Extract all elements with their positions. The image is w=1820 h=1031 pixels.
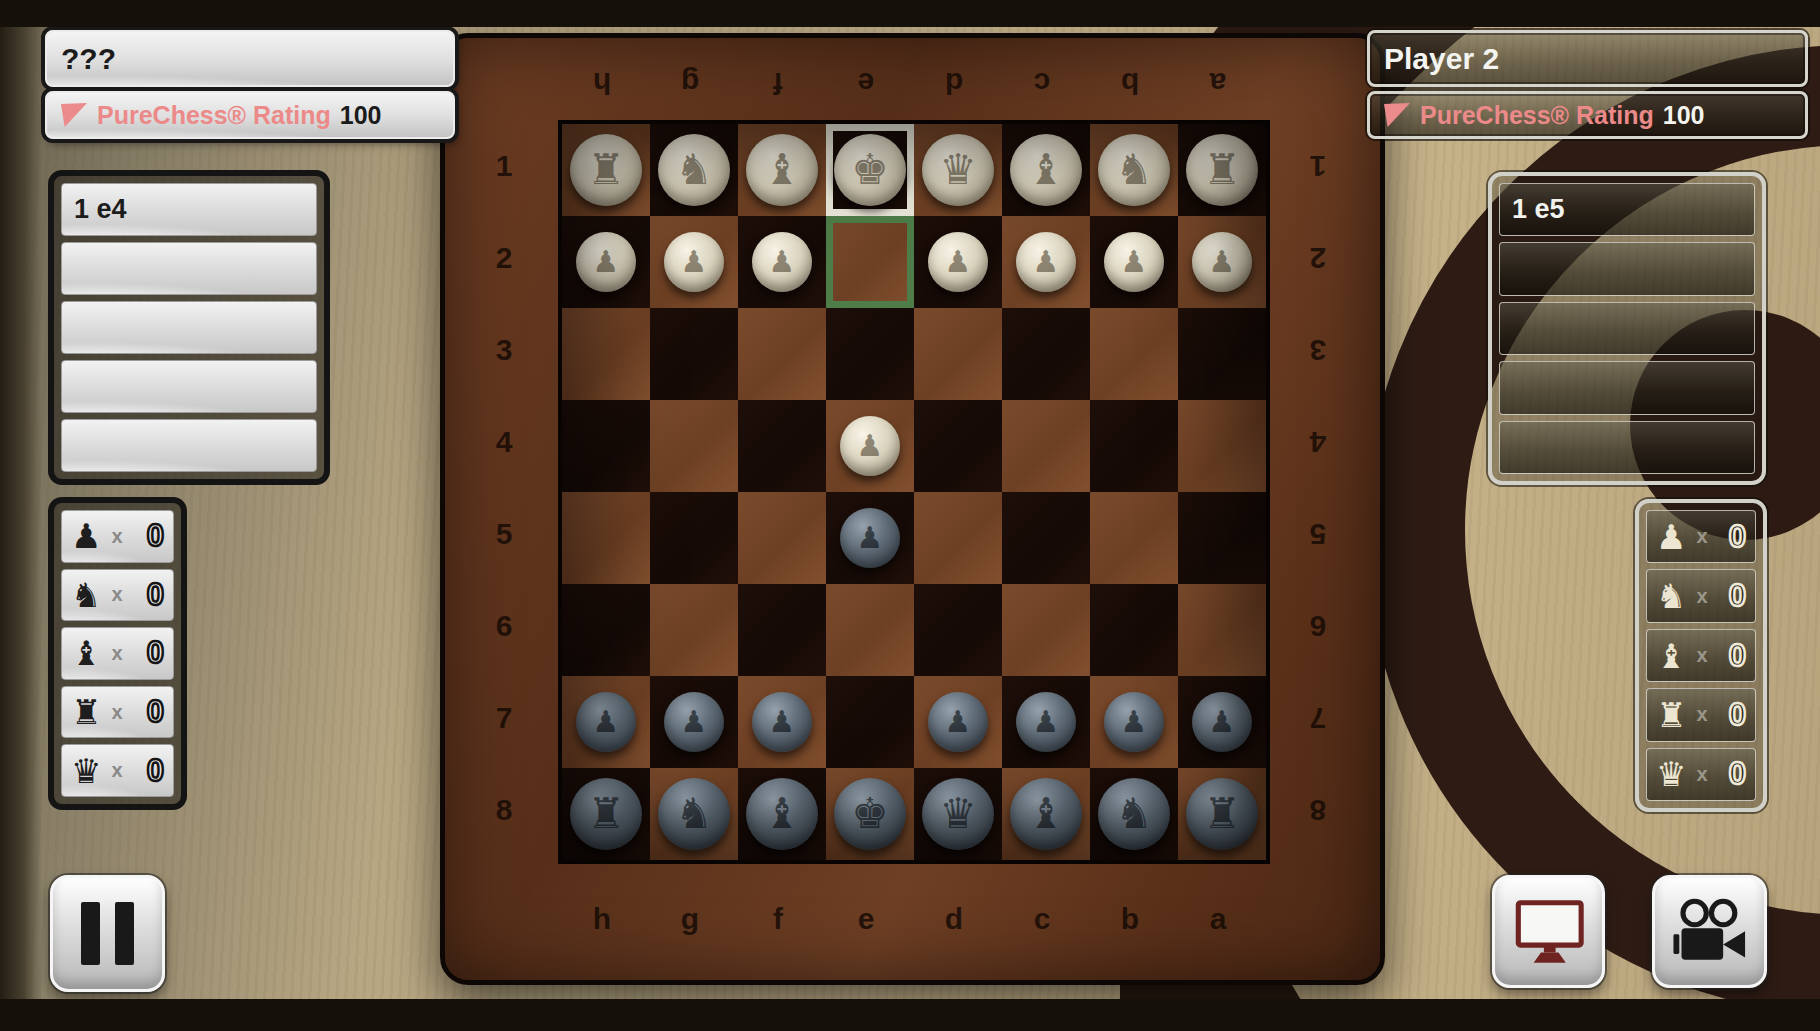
piece-white-rook: ♜ — [570, 134, 642, 206]
square-a4[interactable] — [1178, 400, 1266, 492]
square-f4[interactable] — [738, 400, 826, 492]
square-g8[interactable]: ♞ — [650, 768, 738, 860]
piece-black-pawn: ♟ — [928, 692, 988, 752]
square-g1[interactable]: ♞ — [650, 124, 738, 216]
display-settings-button[interactable] — [1492, 875, 1605, 988]
move-text: 1 e4 — [74, 194, 127, 225]
captured-knight-icon: ♞ — [1656, 579, 1686, 613]
file-label-bottom-f: f — [734, 894, 822, 944]
file-label-top-f: f — [734, 58, 822, 108]
piece-white-king: ♚ — [834, 134, 906, 206]
rank-label-left-8: 8 — [458, 764, 550, 856]
camera-icon — [1672, 898, 1748, 966]
rank-label-right-7: 7 — [1272, 672, 1364, 764]
square-b6[interactable] — [1090, 584, 1178, 676]
square-d5[interactable] — [914, 492, 1002, 584]
captured-count: 0 — [1729, 638, 1746, 674]
square-h7[interactable]: ♟ — [562, 676, 650, 768]
piece-black-pawn: ♟ — [1192, 692, 1252, 752]
square-b1[interactable]: ♞ — [1090, 124, 1178, 216]
piece-white-pawn: ♟ — [840, 416, 900, 476]
captured-rook-icon: ♜ — [1656, 698, 1686, 732]
piece-white-bishop: ♝ — [1010, 134, 1082, 206]
captured-row-queen: ♛x0 — [61, 744, 174, 797]
captured-row-pawn: ♟x0 — [61, 510, 174, 563]
square-g6[interactable] — [650, 584, 738, 676]
player1-rating-value: 100 — [340, 101, 382, 130]
player1-rating-label: PureChess® Rating — [97, 101, 331, 130]
square-f8[interactable]: ♝ — [738, 768, 826, 860]
captured-count: 0 — [1729, 519, 1746, 555]
square-b7[interactable]: ♟ — [1090, 676, 1178, 768]
piece-white-pawn: ♟ — [576, 232, 636, 292]
multiplier-x: x — [111, 525, 122, 548]
piece-black-pawn: ♟ — [664, 692, 724, 752]
captured-row-bishop: ♝x0 — [61, 627, 174, 680]
move-row — [61, 419, 317, 472]
captured-count: 0 — [1729, 697, 1746, 733]
file-label-bottom-b: b — [1086, 894, 1174, 944]
captured-queen-icon: ♛ — [1656, 757, 1686, 791]
file-label-top-a: a — [1174, 58, 1262, 108]
file-label-bottom-h: h — [558, 894, 646, 944]
captured-pawn-icon: ♟ — [71, 519, 101, 553]
move-row: 1 e5 — [1499, 183, 1755, 236]
square-g5[interactable] — [650, 492, 738, 584]
square-d8[interactable]: ♛ — [914, 768, 1002, 860]
player1-move-list: 1 e4 — [48, 170, 330, 485]
piece-black-knight: ♞ — [658, 778, 730, 850]
player2-move-list: 1 e5 — [1488, 172, 1766, 485]
multiplier-x: x — [111, 583, 122, 606]
rank-label-left-2: 2 — [458, 212, 550, 304]
rank-label-right-3: 3 — [1272, 304, 1364, 396]
move-row — [61, 301, 317, 354]
file-label-bottom-d: d — [910, 894, 998, 944]
square-g7[interactable]: ♟ — [650, 676, 738, 768]
move-text: 1 e5 — [1512, 194, 1565, 225]
ranks-right: 12345678 — [1272, 120, 1364, 856]
multiplier-x: x — [1696, 585, 1707, 608]
move-row — [1499, 302, 1755, 355]
piece-black-pawn: ♟ — [752, 692, 812, 752]
player2-rating-value: 100 — [1663, 101, 1705, 130]
square-e1[interactable]: ♚ — [826, 124, 914, 216]
rank-label-right-1: 1 — [1272, 120, 1364, 212]
file-label-bottom-a: a — [1174, 894, 1262, 944]
square-c6[interactable] — [1002, 584, 1090, 676]
player2-rating-plate: PureChess® Rating 100 — [1367, 91, 1808, 139]
piece-white-pawn: ♟ — [664, 232, 724, 292]
piece-white-pawn: ♟ — [1104, 232, 1164, 292]
square-f6[interactable] — [738, 584, 826, 676]
player2-captured-tray: ♟x0♞x0♝x0♜x0♛x0 — [1635, 499, 1767, 812]
captured-rook-icon: ♜ — [71, 695, 101, 729]
captured-count: 0 — [1729, 578, 1746, 614]
square-a8[interactable]: ♜ — [1178, 768, 1266, 860]
rank-label-left-5: 5 — [458, 488, 550, 580]
multiplier-x: x — [111, 759, 122, 782]
square-b3[interactable] — [1090, 308, 1178, 400]
move-row — [1499, 421, 1755, 474]
player2-name-plate: Player 2 — [1367, 30, 1808, 87]
piece-black-pawn: ♟ — [576, 692, 636, 752]
rank-label-left-7: 7 — [458, 672, 550, 764]
square-a1[interactable]: ♜ — [1178, 124, 1266, 216]
files-bottom: hgfedcba — [558, 894, 1262, 944]
square-c5[interactable] — [1002, 492, 1090, 584]
square-g4[interactable] — [650, 400, 738, 492]
captured-row-bishop: ♝x0 — [1646, 629, 1756, 682]
move-row — [61, 360, 317, 413]
player1-captured-tray: ♟x0♞x0♝x0♜x0♛x0 — [48, 497, 187, 810]
piece-white-knight: ♞ — [658, 134, 730, 206]
pause-button[interactable] — [50, 875, 165, 992]
square-g3[interactable] — [650, 308, 738, 400]
captured-row-pawn: ♟x0 — [1646, 510, 1756, 563]
square-c7[interactable]: ♟ — [1002, 676, 1090, 768]
square-h6[interactable] — [562, 584, 650, 676]
file-label-top-g: g — [646, 58, 734, 108]
file-label-top-h: h — [558, 58, 646, 108]
captured-row-rook: ♜x0 — [61, 686, 174, 739]
square-g2[interactable]: ♟ — [650, 216, 738, 308]
pause-icon — [81, 902, 100, 965]
square-a7[interactable]: ♟ — [1178, 676, 1266, 768]
piece-white-pawn: ♟ — [928, 232, 988, 292]
piece-white-knight: ♞ — [1098, 134, 1170, 206]
multiplier-x: x — [1696, 525, 1707, 548]
square-c8[interactable]: ♝ — [1002, 768, 1090, 860]
captured-queen-icon: ♛ — [71, 754, 101, 788]
square-d3[interactable] — [914, 308, 1002, 400]
multiplier-x: x — [111, 701, 122, 724]
captured-knight-icon: ♞ — [71, 578, 101, 612]
piece-black-queen: ♛ — [922, 778, 994, 850]
files-top: hgfedcba — [558, 58, 1262, 108]
file-label-bottom-c: c — [998, 894, 1086, 944]
rank-label-left-6: 6 — [458, 580, 550, 672]
captured-bishop-icon: ♝ — [71, 636, 101, 670]
square-c4[interactable] — [1002, 400, 1090, 492]
player2-rating-label: PureChess® Rating — [1420, 101, 1654, 130]
square-h5[interactable] — [562, 492, 650, 584]
flag-icon — [61, 103, 87, 127]
square-f1[interactable]: ♝ — [738, 124, 826, 216]
square-e6[interactable] — [826, 584, 914, 676]
piece-black-bishop: ♝ — [746, 778, 818, 850]
piece-black-pawn: ♟ — [840, 508, 900, 568]
square-h2[interactable]: ♟ — [562, 216, 650, 308]
square-d1[interactable]: ♛ — [914, 124, 1002, 216]
file-label-bottom-g: g — [646, 894, 734, 944]
piece-white-pawn: ♟ — [1016, 232, 1076, 292]
square-h1[interactable]: ♜ — [562, 124, 650, 216]
captured-bishop-icon: ♝ — [1656, 639, 1686, 673]
square-c1[interactable]: ♝ — [1002, 124, 1090, 216]
square-e7[interactable] — [826, 676, 914, 768]
captured-pawn-icon: ♟ — [1656, 520, 1686, 554]
square-d7[interactable]: ♟ — [914, 676, 1002, 768]
square-a6[interactable] — [1178, 584, 1266, 676]
square-h4[interactable] — [562, 400, 650, 492]
multiplier-x: x — [111, 642, 122, 665]
pause-icon — [115, 902, 134, 965]
rank-label-left-1: 1 — [458, 120, 550, 212]
piece-white-pawn: ♟ — [1192, 232, 1252, 292]
ranks-left: 12345678 — [458, 120, 550, 856]
captured-count: 0 — [1729, 756, 1746, 792]
file-label-top-c: c — [998, 58, 1086, 108]
piece-white-rook: ♜ — [1186, 134, 1258, 206]
piece-black-king: ♚ — [834, 778, 906, 850]
captured-count: 0 — [147, 753, 164, 789]
file-label-top-d: d — [910, 58, 998, 108]
square-e8[interactable]: ♚ — [826, 768, 914, 860]
piece-black-pawn: ♟ — [1104, 692, 1164, 752]
player1-name-plate: ??? — [45, 30, 455, 87]
square-f3[interactable] — [738, 308, 826, 400]
captured-row-knight: ♞x0 — [1646, 569, 1756, 622]
multiplier-x: x — [1696, 703, 1707, 726]
multiplier-x: x — [1696, 644, 1707, 667]
captured-count: 0 — [147, 518, 164, 554]
move-row — [61, 242, 317, 295]
captured-row-rook: ♜x0 — [1646, 688, 1756, 741]
piece-black-pawn: ♟ — [1016, 692, 1076, 752]
move-row — [1499, 242, 1755, 295]
square-h3[interactable] — [562, 308, 650, 400]
multiplier-x: x — [1696, 763, 1707, 786]
piece-black-knight: ♞ — [1098, 778, 1170, 850]
square-e5[interactable]: ♟ — [826, 492, 914, 584]
top-letterbox-band — [0, 0, 1820, 27]
square-a2[interactable]: ♟ — [1178, 216, 1266, 308]
player1-rating-plate: PureChess® Rating 100 — [45, 91, 455, 139]
piece-white-queen: ♛ — [922, 134, 994, 206]
square-d2[interactable]: ♟ — [914, 216, 1002, 308]
table-edge-shadow — [0, 0, 42, 1031]
square-a3[interactable] — [1178, 308, 1266, 400]
piece-black-bishop: ♝ — [1010, 778, 1082, 850]
replay-camera-button[interactable] — [1652, 875, 1767, 988]
rank-label-right-6: 6 — [1272, 580, 1364, 672]
rank-label-right-2: 2 — [1272, 212, 1364, 304]
square-f5[interactable] — [738, 492, 826, 584]
player2-name: Player 2 — [1384, 42, 1499, 76]
square-a5[interactable] — [1178, 492, 1266, 584]
rank-label-right-8: 8 — [1272, 764, 1364, 856]
piece-white-bishop: ♝ — [746, 134, 818, 206]
captured-row-knight: ♞x0 — [61, 569, 174, 622]
file-label-top-b: b — [1086, 58, 1174, 108]
piece-black-rook: ♜ — [570, 778, 642, 850]
captured-row-queen: ♛x0 — [1646, 748, 1756, 801]
piece-black-rook: ♜ — [1186, 778, 1258, 850]
square-c2[interactable]: ♟ — [1002, 216, 1090, 308]
square-c3[interactable] — [1002, 308, 1090, 400]
square-b4[interactable] — [1090, 400, 1178, 492]
square-f7[interactable]: ♟ — [738, 676, 826, 768]
captured-count: 0 — [147, 577, 164, 613]
file-label-top-e: e — [822, 58, 910, 108]
rank-label-left-4: 4 — [458, 396, 550, 488]
rank-label-left-3: 3 — [458, 304, 550, 396]
square-e3[interactable] — [826, 308, 914, 400]
square-b8[interactable]: ♞ — [1090, 768, 1178, 860]
square-f2[interactable]: ♟ — [738, 216, 826, 308]
captured-count: 0 — [147, 694, 164, 730]
square-d6[interactable] — [914, 584, 1002, 676]
square-e4[interactable]: ♟ — [826, 400, 914, 492]
player1-name: ??? — [61, 42, 116, 76]
rank-label-right-4: 4 — [1272, 396, 1364, 488]
rank-label-right-5: 5 — [1272, 488, 1364, 580]
square-e2[interactable] — [826, 216, 914, 308]
square-d4[interactable] — [914, 400, 1002, 492]
bottom-letterbox-band — [0, 999, 1820, 1031]
move-row — [1499, 361, 1755, 414]
monitor-icon — [1511, 898, 1587, 966]
piece-white-pawn: ♟ — [752, 232, 812, 292]
captured-count: 0 — [147, 635, 164, 671]
square-b5[interactable] — [1090, 492, 1178, 584]
square-b2[interactable]: ♟ — [1090, 216, 1178, 308]
square-h8[interactable]: ♜ — [562, 768, 650, 860]
file-label-bottom-e: e — [822, 894, 910, 944]
move-row: 1 e4 — [61, 183, 317, 236]
flag-icon — [1384, 103, 1410, 127]
board-grid: ♜♞♝♚♛♝♞♜♟♟♟♟♟♟♟♟♟♟♟♟♟♟♟♟♜♞♝♚♛♝♞♜ — [558, 120, 1270, 864]
